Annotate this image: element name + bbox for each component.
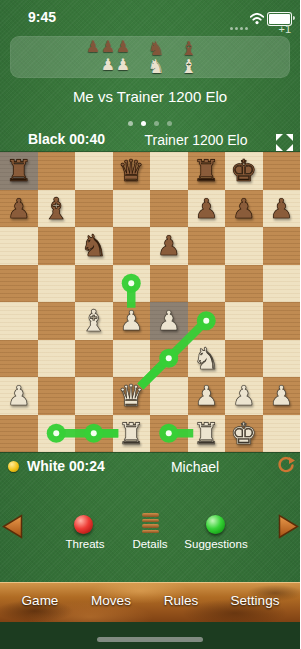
square-e2[interactable] [150, 377, 188, 415]
white-rook-piece[interactable]: ♜ [188, 415, 226, 453]
status-time: 9:45 [28, 9, 56, 25]
details-label: Details [132, 538, 167, 550]
square-g4[interactable] [225, 302, 263, 340]
captured-knight-icon: ♞ [147, 57, 164, 76]
square-d6[interactable] [113, 227, 151, 265]
page-dot-2[interactable] [141, 121, 146, 126]
captured-pawn-icon: ♟ [101, 57, 115, 73]
square-b3[interactable] [38, 340, 76, 378]
toolbar-settings-button[interactable]: Settings [231, 593, 280, 608]
square-d2[interactable]: ♛ [113, 377, 151, 415]
captured-pawn-icon: ♟ [101, 39, 115, 55]
square-b5[interactable] [38, 265, 76, 303]
square-f6[interactable] [188, 227, 226, 265]
square-d1[interactable]: ♜ [113, 415, 151, 453]
square-e5[interactable] [150, 265, 188, 303]
bottom-safe-area [0, 622, 300, 649]
square-b7[interactable]: ♝ [38, 190, 76, 228]
black-pawn-piece[interactable]: ♟ [0, 190, 38, 228]
page-dot-3[interactable] [154, 121, 159, 126]
threats-toggle-button[interactable] [74, 515, 93, 534]
page-control[interactable] [0, 112, 300, 130]
square-a1[interactable] [0, 415, 38, 453]
black-bishop-piece[interactable]: ♝ [38, 190, 76, 228]
square-c2[interactable] [75, 377, 113, 415]
previous-move-button[interactable] [2, 514, 23, 543]
square-e4[interactable]: ♟ [150, 302, 188, 340]
black-knight-piece[interactable]: ♞ [75, 227, 113, 265]
square-e1[interactable] [150, 415, 188, 453]
square-b4[interactable] [38, 302, 76, 340]
white-bishop-piece[interactable]: ♝ [75, 302, 113, 340]
square-b6[interactable] [38, 227, 76, 265]
game-title: Me vs Trainer 1200 Elo [0, 88, 300, 105]
black-king-piece[interactable]: ♚ [225, 152, 263, 190]
expand-board-button[interactable] [276, 134, 293, 151]
square-c5[interactable] [75, 265, 113, 303]
square-a2[interactable]: ♟ [0, 377, 38, 415]
black-pawn-piece[interactable]: ♟ [188, 190, 226, 228]
white-pawn-piece[interactable]: ♟ [188, 377, 226, 415]
captured-pawn-icon: ♟ [86, 39, 100, 55]
square-b1[interactable] [38, 415, 76, 453]
suggestions-toggle-button[interactable] [206, 515, 225, 534]
square-a4[interactable] [0, 302, 38, 340]
suggestions-label: Suggestions [184, 538, 247, 550]
white-pawn-piece[interactable]: ♟ [225, 377, 263, 415]
threats-label: Threats [66, 538, 105, 550]
square-h6[interactable] [263, 227, 301, 265]
white-pawn-piece[interactable]: ♟ [150, 302, 188, 340]
square-g8[interactable]: ♚ [225, 152, 263, 190]
black-rook-piece[interactable]: ♜ [0, 152, 38, 190]
toolbar-rules-button[interactable]: Rules [164, 593, 199, 608]
cellular-signal-icon [230, 16, 250, 34]
square-g7[interactable]: ♟ [225, 190, 263, 228]
bottom-toolbar: Game Moves Rules Settings [0, 582, 300, 623]
toolbar-moves-button[interactable]: Moves [91, 593, 131, 608]
square-c3[interactable] [75, 340, 113, 378]
square-h8[interactable] [263, 152, 301, 190]
material-advantage-badge: +1 [278, 23, 291, 35]
black-clock: Black 00:40 [28, 131, 105, 147]
chess-board[interactable]: ♜♛♜♚♟♝♟♟♟♞♟♝♟♟♞♟♛♟♟♟♜♜♚ [0, 152, 300, 452]
white-queen-piece[interactable]: ♛ [113, 377, 151, 415]
rotate-board-button[interactable] [277, 456, 295, 475]
next-move-button[interactable] [278, 514, 299, 543]
square-e6[interactable]: ♟ [150, 227, 188, 265]
square-f7[interactable]: ♟ [188, 190, 226, 228]
square-d5[interactable] [113, 265, 151, 303]
square-g2[interactable]: ♟ [225, 377, 263, 415]
square-c1[interactable] [75, 415, 113, 453]
home-indicator[interactable] [97, 637, 203, 642]
square-c8[interactable] [75, 152, 113, 190]
white-pawn-piece[interactable]: ♟ [0, 377, 38, 415]
square-f5[interactable] [188, 265, 226, 303]
square-h4[interactable] [263, 302, 301, 340]
square-b2[interactable] [38, 377, 76, 415]
square-f1[interactable]: ♜ [188, 415, 226, 453]
square-c7[interactable] [75, 190, 113, 228]
black-rook-piece[interactable]: ♜ [188, 152, 226, 190]
details-icon [142, 513, 159, 517]
square-d4[interactable]: ♟ [113, 302, 151, 340]
white-clock: White 00:24 [27, 458, 105, 474]
square-a6[interactable] [0, 227, 38, 265]
square-g3[interactable] [225, 340, 263, 378]
white-player-name: Michael [171, 459, 219, 475]
square-f2[interactable]: ♟ [188, 377, 226, 415]
square-h5[interactable] [263, 265, 301, 303]
square-a8[interactable]: ♜ [0, 152, 38, 190]
captured-pieces-tray: ♟♟♟♞♝♟♟♞♝ [10, 36, 290, 78]
white-king-piece[interactable]: ♚ [225, 415, 263, 453]
square-f4[interactable] [188, 302, 226, 340]
square-f3[interactable]: ♞ [188, 340, 226, 378]
square-a3[interactable] [0, 340, 38, 378]
black-pawn-piece[interactable]: ♟ [150, 227, 188, 265]
square-b8[interactable] [38, 152, 76, 190]
square-a7[interactable]: ♟ [0, 190, 38, 228]
toolbar-game-button[interactable]: Game [22, 593, 59, 608]
page-dot-4[interactable] [167, 121, 172, 126]
square-h3[interactable] [263, 340, 301, 378]
square-g1[interactable]: ♚ [225, 415, 263, 453]
square-a5[interactable] [0, 265, 38, 303]
black-queen-piece[interactable]: ♛ [113, 152, 151, 190]
square-g6[interactable] [225, 227, 263, 265]
wifi-icon [250, 11, 264, 29]
app-screen: 9:45 ♟♟♟♞♝♟♟♞♝ +1 Me vs Trainer 1200 Elo… [0, 0, 300, 649]
white-pawn-piece[interactable]: ♟ [263, 377, 301, 415]
square-h1[interactable] [263, 415, 301, 453]
square-d3[interactable] [113, 340, 151, 378]
white-knight-piece[interactable]: ♞ [188, 340, 226, 378]
square-h7[interactable]: ♟ [263, 190, 301, 228]
square-d7[interactable] [113, 190, 151, 228]
white-pawn-piece[interactable]: ♟ [113, 302, 151, 340]
black-pawn-piece[interactable]: ♟ [225, 190, 263, 228]
square-c6[interactable]: ♞ [75, 227, 113, 265]
square-e3[interactable] [150, 340, 188, 378]
square-e7[interactable] [150, 190, 188, 228]
white-rook-piece[interactable]: ♜ [113, 415, 151, 453]
turn-indicator-dot [8, 461, 19, 472]
square-g5[interactable] [225, 265, 263, 303]
square-h2[interactable]: ♟ [263, 377, 301, 415]
black-pawn-piece[interactable]: ♟ [263, 190, 301, 228]
square-c4[interactable]: ♝ [75, 302, 113, 340]
captured-pawn-icon: ♟ [116, 57, 130, 73]
square-e8[interactable] [150, 152, 188, 190]
captured-bishop-icon: ♝ [180, 57, 197, 76]
black-player-name: Trainer 1200 Elo [145, 132, 248, 148]
page-dot-1[interactable] [128, 121, 133, 126]
square-d8[interactable]: ♛ [113, 152, 151, 190]
captured-pawn-icon: ♟ [116, 39, 130, 55]
square-f8[interactable]: ♜ [188, 152, 226, 190]
